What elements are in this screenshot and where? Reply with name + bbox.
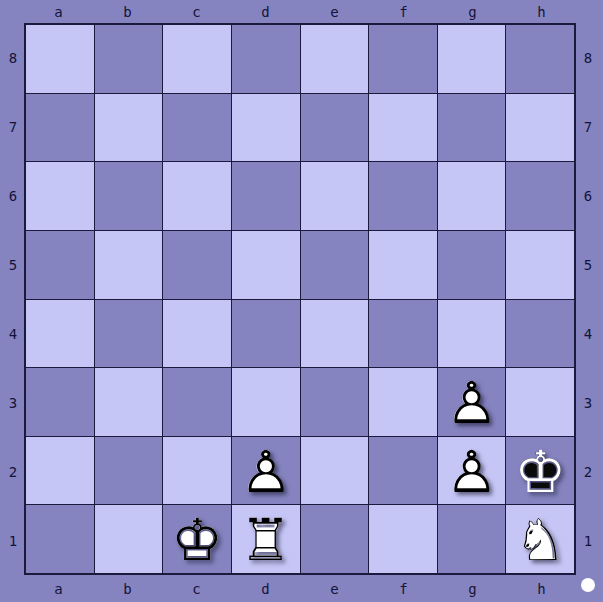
square-d8[interactable]	[232, 25, 300, 93]
white-pawn-outline-glyph: ♙	[438, 368, 506, 436]
square-b4[interactable]	[95, 300, 163, 368]
rank-label-right-3: 3	[578, 368, 598, 437]
file-label-bottom-e: e	[300, 577, 369, 600]
square-a4[interactable]	[26, 300, 94, 368]
file-label-bottom-a: a	[24, 577, 93, 600]
file-label-top-h: h	[507, 1, 576, 22]
square-e1[interactable]	[301, 505, 369, 573]
square-h4[interactable]	[506, 300, 574, 368]
square-e7[interactable]	[301, 94, 369, 162]
square-g3[interactable]: ♟♙	[438, 368, 506, 436]
white-to-move-indicator	[581, 578, 595, 592]
square-d2[interactable]: ♟♙	[232, 437, 300, 505]
white-king-c1[interactable]: ♚♔	[163, 505, 231, 573]
square-e5[interactable]	[301, 231, 369, 299]
square-h1[interactable]: ♞♘	[506, 505, 574, 573]
black-king-h2[interactable]: ♚♔	[506, 437, 574, 505]
file-label-bottom-g: g	[438, 577, 507, 600]
square-c5[interactable]	[163, 231, 231, 299]
square-c2[interactable]	[163, 437, 231, 505]
square-h2[interactable]: ♚♔	[506, 437, 574, 505]
file-label-bottom-d: d	[231, 577, 300, 600]
white-rook-outline-glyph: ♖	[232, 505, 300, 573]
square-g7[interactable]	[438, 94, 506, 162]
rank-label-right-7: 7	[578, 92, 598, 161]
rank-label-left-7: 7	[3, 92, 23, 161]
square-f6[interactable]	[369, 162, 437, 230]
square-d5[interactable]	[232, 231, 300, 299]
square-e3[interactable]	[301, 368, 369, 436]
square-e4[interactable]	[301, 300, 369, 368]
file-label-top-a: a	[24, 1, 93, 22]
file-label-top-b: b	[93, 1, 162, 22]
white-king-outline-glyph: ♔	[163, 505, 231, 573]
file-label-bottom-b: b	[93, 577, 162, 600]
square-h5[interactable]	[506, 231, 574, 299]
square-d1[interactable]: ♜♖	[232, 505, 300, 573]
white-knight-h1[interactable]: ♞♘	[506, 505, 574, 573]
rank-label-right-5: 5	[578, 230, 598, 299]
square-g8[interactable]	[438, 25, 506, 93]
square-a5[interactable]	[26, 231, 94, 299]
square-f3[interactable]	[369, 368, 437, 436]
square-g1[interactable]	[438, 505, 506, 573]
rank-label-left-1: 1	[3, 506, 23, 575]
square-f8[interactable]	[369, 25, 437, 93]
square-h8[interactable]	[506, 25, 574, 93]
rank-label-right-8: 8	[578, 23, 598, 92]
rank-label-left-2: 2	[3, 437, 23, 506]
file-label-top-f: f	[369, 1, 438, 22]
square-b8[interactable]	[95, 25, 163, 93]
square-e6[interactable]	[301, 162, 369, 230]
square-c1[interactable]: ♚♔	[163, 505, 231, 573]
square-d6[interactable]	[232, 162, 300, 230]
file-labels-top: abcdefgh	[24, 1, 576, 22]
rank-label-left-4: 4	[3, 299, 23, 368]
file-label-top-g: g	[438, 1, 507, 22]
rank-label-right-1: 1	[578, 506, 598, 575]
square-e8[interactable]	[301, 25, 369, 93]
white-knight-outline-glyph: ♘	[506, 505, 574, 573]
square-e2[interactable]	[301, 437, 369, 505]
square-f7[interactable]	[369, 94, 437, 162]
rank-label-left-5: 5	[3, 230, 23, 299]
rank-label-right-6: 6	[578, 161, 598, 230]
file-label-bottom-f: f	[369, 577, 438, 600]
square-g5[interactable]	[438, 231, 506, 299]
white-pawn-g3[interactable]: ♟♙	[438, 368, 506, 436]
white-pawn-d2[interactable]: ♟♙	[232, 437, 300, 505]
square-a1[interactable]	[26, 505, 94, 573]
square-d3[interactable]	[232, 368, 300, 436]
square-b5[interactable]	[95, 231, 163, 299]
square-g4[interactable]	[438, 300, 506, 368]
square-h6[interactable]	[506, 162, 574, 230]
square-g6[interactable]	[438, 162, 506, 230]
square-c3[interactable]	[163, 368, 231, 436]
square-b2[interactable]	[95, 437, 163, 505]
white-pawn-g2[interactable]: ♟♙	[438, 437, 506, 505]
square-a7[interactable]	[26, 94, 94, 162]
square-b6[interactable]	[95, 162, 163, 230]
white-pawn-outline-glyph: ♙	[232, 437, 300, 505]
rank-label-left-8: 8	[3, 23, 23, 92]
square-b7[interactable]	[95, 94, 163, 162]
rank-label-left-3: 3	[3, 368, 23, 437]
white-pawn-outline-glyph: ♙	[438, 437, 506, 505]
square-c6[interactable]	[163, 162, 231, 230]
square-f1[interactable]	[369, 505, 437, 573]
square-a8[interactable]	[26, 25, 94, 93]
square-d4[interactable]	[232, 300, 300, 368]
square-c4[interactable]	[163, 300, 231, 368]
white-rook-d1[interactable]: ♜♖	[232, 505, 300, 573]
square-g2[interactable]: ♟♙	[438, 437, 506, 505]
square-b3[interactable]	[95, 368, 163, 436]
square-c7[interactable]	[163, 94, 231, 162]
square-c8[interactable]	[163, 25, 231, 93]
black-king-outline-glyph: ♔	[506, 437, 574, 505]
file-label-bottom-h: h	[507, 577, 576, 600]
square-h7[interactable]	[506, 94, 574, 162]
square-a3[interactable]	[26, 368, 94, 436]
file-label-bottom-c: c	[162, 577, 231, 600]
square-a2[interactable]	[26, 437, 94, 505]
file-label-top-c: c	[162, 1, 231, 22]
rank-label-left-6: 6	[3, 161, 23, 230]
file-label-top-d: d	[231, 1, 300, 22]
chess-board-app: abcdefgh abcdefgh 87654321 87654321 ♟♙♟♙…	[0, 0, 603, 602]
file-labels-bottom: abcdefgh	[24, 577, 576, 600]
square-f4[interactable]	[369, 300, 437, 368]
square-h3[interactable]	[506, 368, 574, 436]
rank-label-right-4: 4	[578, 299, 598, 368]
rank-labels-left: 87654321	[3, 23, 23, 575]
square-f2[interactable]	[369, 437, 437, 505]
file-label-top-e: e	[300, 1, 369, 22]
rank-label-right-2: 2	[578, 437, 598, 506]
chess-board: ♟♙♟♙♟♙♚♔♚♔♜♖♞♘	[24, 23, 576, 575]
square-d7[interactable]	[232, 94, 300, 162]
square-a6[interactable]	[26, 162, 94, 230]
rank-labels-right: 87654321	[578, 23, 598, 575]
square-f5[interactable]	[369, 231, 437, 299]
square-b1[interactable]	[95, 505, 163, 573]
